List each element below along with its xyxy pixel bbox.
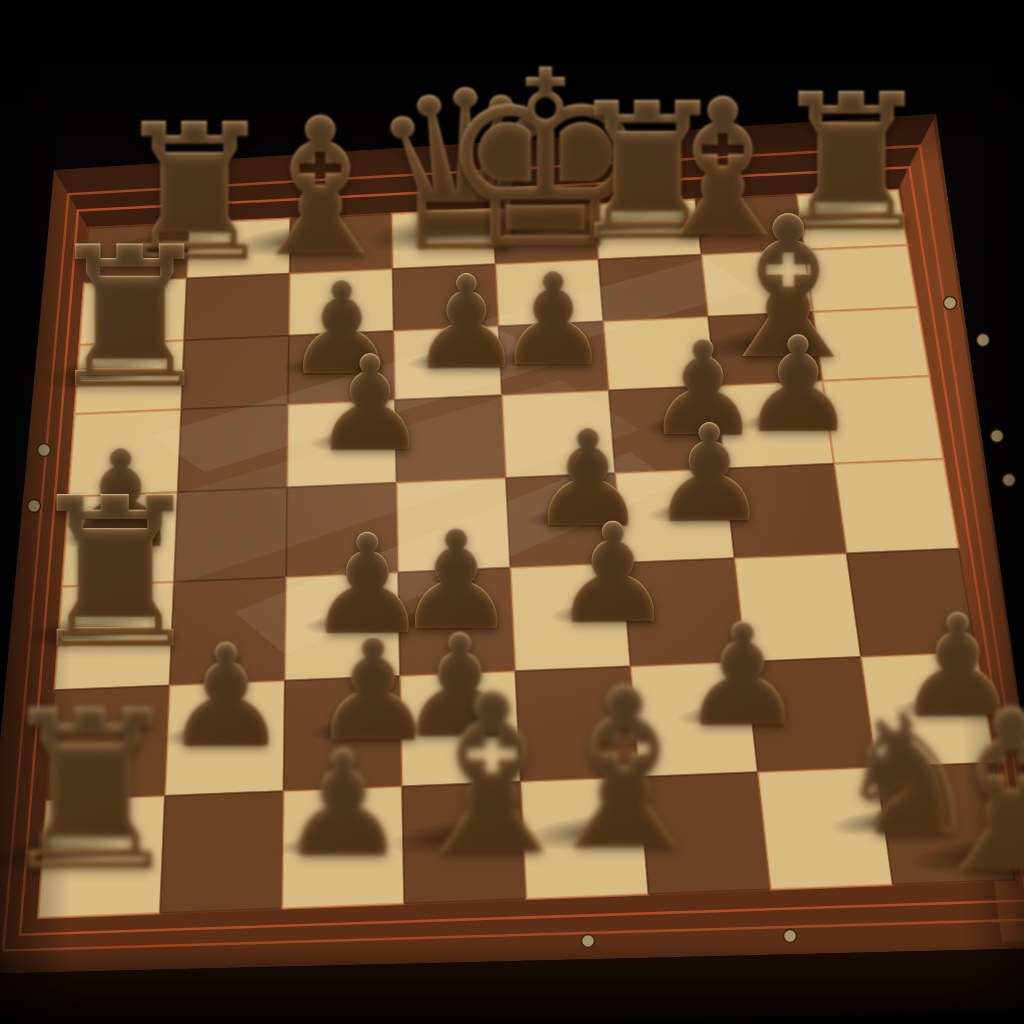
piece-pawn-e3[interactable]: ♟ [548, 505, 679, 642]
piece-bishop-offboard-right[interactable]: ♝ [906, 681, 1024, 904]
piece-pawn-c5[interactable]: ♟ [308, 338, 433, 469]
piece-bishop-e1[interactable]: ♝ [520, 660, 730, 881]
piece-rook-a1[interactable]: ♜ [0, 683, 194, 901]
pieces-layer: ♜♝♛♚♜♝♜♜♟♟♟♝♟♟♟♟♟♟♜♟♟♟♟♟♟♟♟♜♟♝♝♞♝ [0, 0, 1024, 1024]
piece-pawn-e6[interactable]: ♟ [492, 256, 614, 385]
chess-photo-scene: ♜♝♛♚♜♝♜♜♟♟♟♝♟♟♟♟♟♟♜♟♟♟♟♟♟♟♟♜♟♝♝♞♝ Overhe… [0, 0, 1024, 1024]
piece-rook-a6[interactable]: ♜ [38, 222, 222, 416]
